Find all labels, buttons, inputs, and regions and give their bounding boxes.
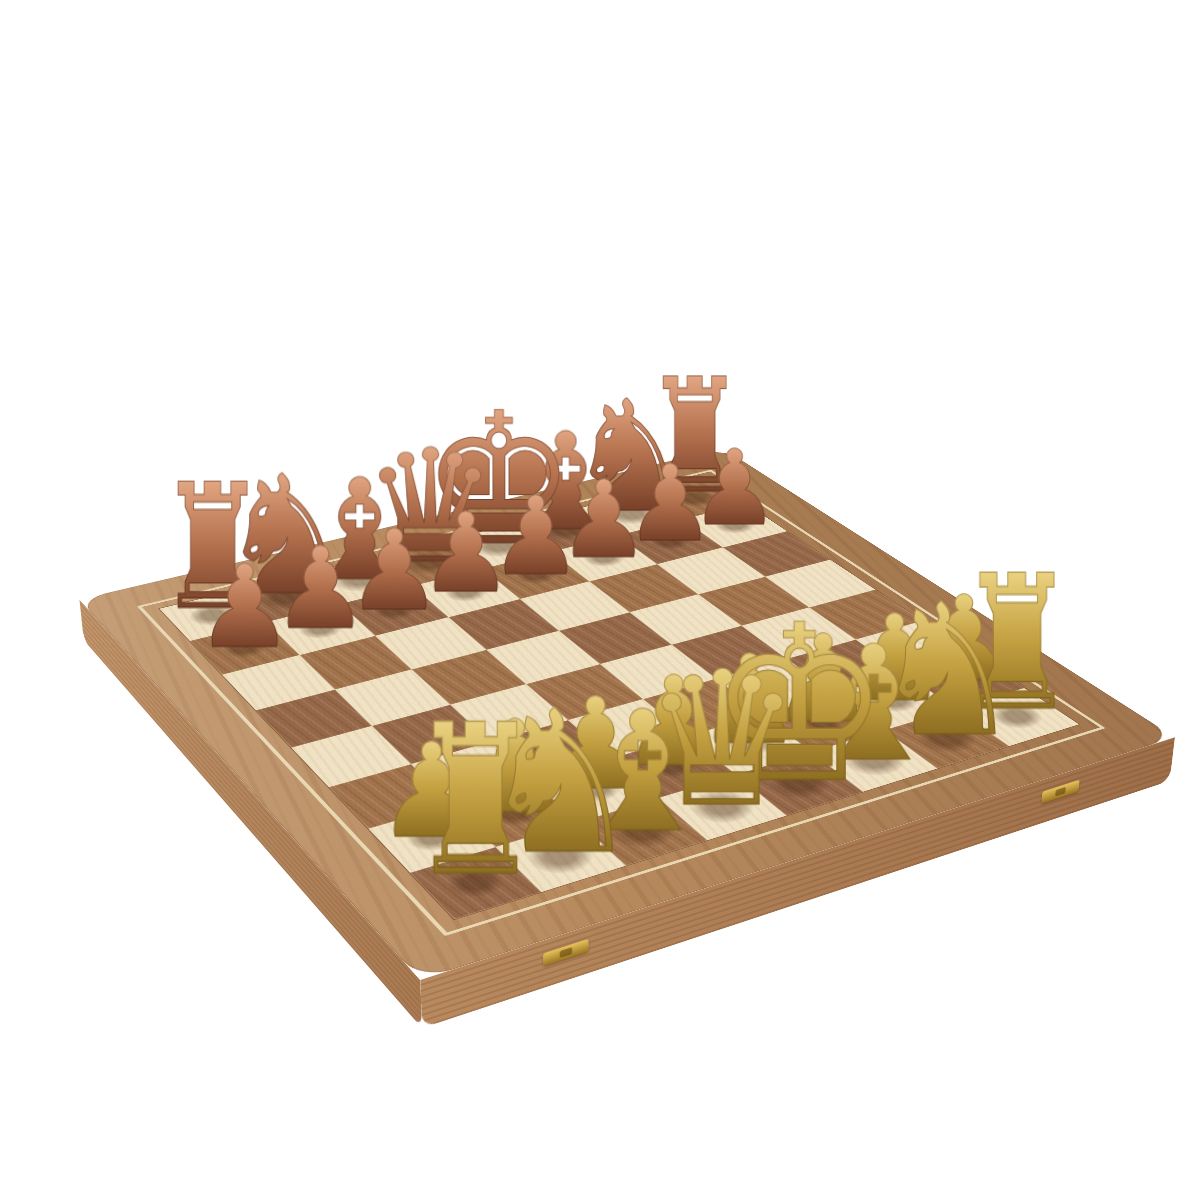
white-rook-glyph: ♜ bbox=[358, 698, 592, 906]
clasp-front-right-icon bbox=[1041, 780, 1079, 804]
perspective-scene: ♜♞♝♛♚♝♞♜♟♟♟♟♟♟♟♟♟♟♟♟♟♟♟♟♜♞♝♛♚♝♞♜ bbox=[0, 0, 1200, 1200]
chess-set-photo: ♜♞♝♛♚♝♞♜♟♟♟♟♟♟♟♟♟♟♟♟♟♟♟♟♜♞♝♛♚♝♞♜ bbox=[0, 0, 1200, 1200]
clasp-front-left-icon bbox=[543, 939, 589, 967]
black-pawn-glyph: ♟ bbox=[136, 550, 353, 664]
